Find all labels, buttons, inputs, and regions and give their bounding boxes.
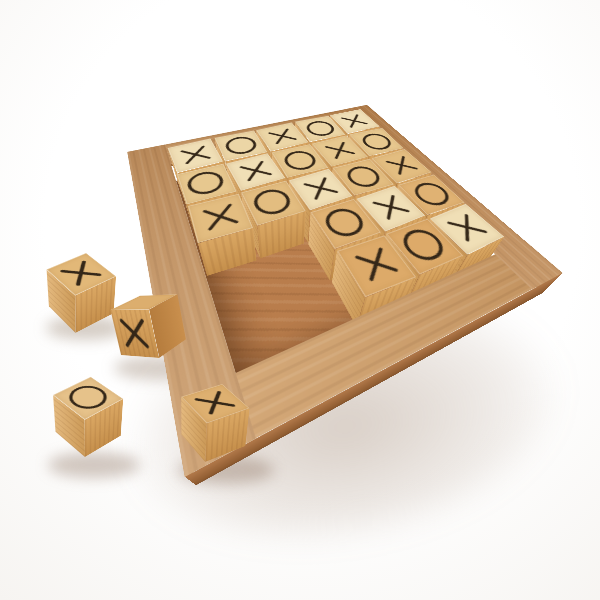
o-mark	[279, 148, 319, 172]
o-mark	[185, 169, 228, 198]
loose-block-shadow	[48, 452, 140, 478]
tray-block-x-r3c1[interactable]	[192, 211, 254, 260]
loose-block-o[interactable]	[64, 392, 112, 440]
o-mark	[221, 134, 259, 156]
loose-block-x-3[interactable]	[190, 398, 238, 446]
o-mark	[320, 205, 370, 241]
loose-cube-body	[48, 272, 115, 315]
o-mark	[302, 119, 338, 137]
x-mark	[263, 126, 300, 146]
loose-cube-body	[116, 317, 182, 334]
loose-cube-body	[54, 396, 122, 440]
x-mark	[116, 316, 153, 352]
loose-block-x-1[interactable]	[57, 268, 105, 316]
x-mark	[234, 158, 276, 185]
x-mark	[175, 143, 215, 167]
loose-block-x-2[interactable]	[125, 301, 173, 349]
x-mark	[297, 174, 342, 203]
loose-cube-body	[181, 403, 247, 443]
o-mark	[249, 186, 295, 218]
o-mark	[357, 131, 395, 151]
x-mark	[196, 200, 242, 235]
x-mark	[347, 243, 403, 287]
product-photo	[0, 0, 600, 600]
